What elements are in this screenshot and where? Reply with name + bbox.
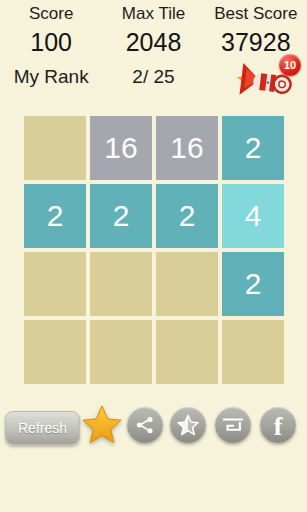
empty-cell — [90, 252, 152, 316]
empty-cell — [90, 320, 152, 384]
score-value: 100 — [0, 28, 102, 57]
refresh-button[interactable]: Refresh — [5, 411, 80, 445]
tile-2: 2 — [222, 252, 284, 316]
game-service-button[interactable] — [215, 407, 251, 443]
empty-cell — [24, 252, 86, 316]
my-rank-value: 2/ 25 — [102, 66, 204, 88]
empty-cell — [156, 252, 218, 316]
share-button[interactable] — [127, 407, 163, 443]
header-labels: Score Max Tile Best Score — [0, 4, 307, 24]
tile-16: 16 — [90, 116, 152, 180]
facebook-icon: f — [274, 414, 283, 440]
facebook-button[interactable]: f — [260, 407, 296, 443]
empty-cell — [156, 320, 218, 384]
best-score-value: 37928 — [205, 28, 307, 57]
max-tile-label: Max Tile — [102, 4, 204, 24]
tile-16: 16 — [156, 116, 218, 180]
refresh-button-label: Refresh — [18, 420, 67, 436]
game-screen: Score Max Tile Best Score 100 2048 37928… — [0, 0, 307, 512]
empty-cell — [24, 116, 86, 180]
tile-2: 2 — [156, 184, 218, 248]
share-icon — [135, 415, 155, 435]
my-rank-label: My Rank — [0, 66, 102, 88]
empty-cell — [24, 320, 86, 384]
tile-2: 2 — [222, 116, 284, 180]
promo-rocket-button[interactable]: 10 — [235, 54, 303, 102]
max-tile-value: 2048 — [102, 28, 204, 57]
favorite-star-button[interactable] — [82, 405, 122, 445]
tile-2: 2 — [24, 184, 86, 248]
tile-4: 4 — [222, 184, 284, 248]
empty-cell — [222, 320, 284, 384]
star-outline-icon — [177, 414, 199, 436]
rate-button[interactable] — [170, 407, 206, 443]
header-values: 100 2048 37928 — [0, 28, 307, 57]
board[interactable]: 1616222242 — [24, 116, 284, 384]
notification-badge: 10 — [279, 54, 301, 76]
g-logo-icon — [222, 414, 244, 436]
tile-2: 2 — [90, 184, 152, 248]
gold-star-icon — [83, 406, 121, 443]
best-score-label: Best Score — [205, 4, 307, 24]
score-label: Score — [0, 4, 102, 24]
